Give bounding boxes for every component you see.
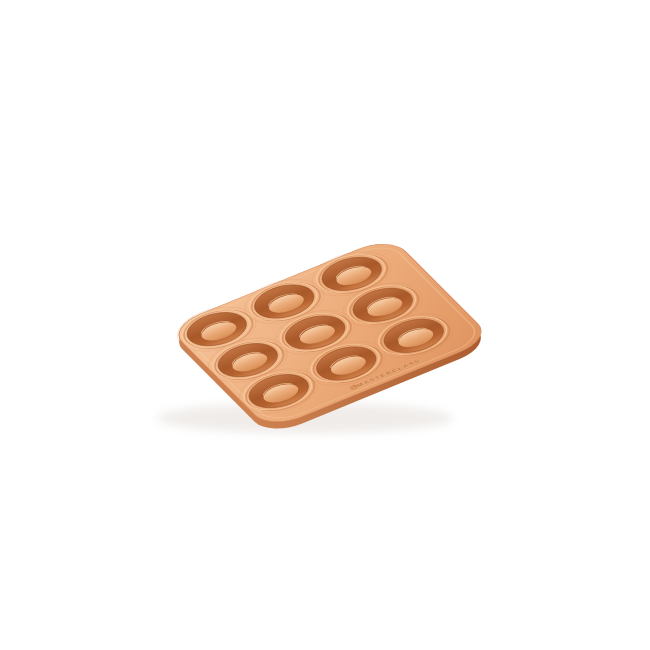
product-photo: MASTERCLASS MASTERCLASS [0,0,650,650]
muffin-tray-illustration: MASTERCLASS MASTERCLASS [0,0,650,650]
